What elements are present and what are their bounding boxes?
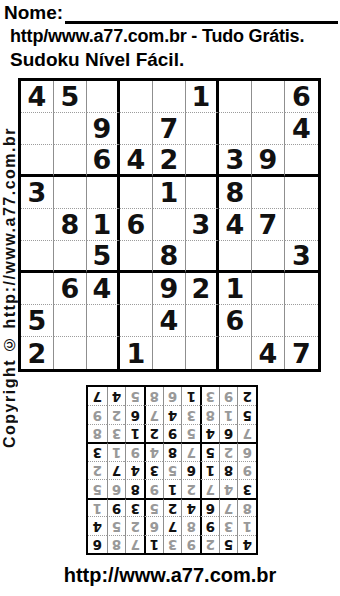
solution-cell-r1c9: 6 (88, 535, 107, 553)
puzzle-cell-r8c6[interactable] (186, 305, 219, 337)
sudoku-printable-page: Nome: http/www.a77.com.br - Tudo Grátis.… (0, 0, 340, 596)
solution-cell-r9c4: 1 (181, 387, 200, 405)
puzzle-cell-r7c1[interactable] (21, 273, 54, 305)
puzzle-cell-r4c6[interactable] (186, 177, 219, 209)
puzzle-cell-r8c2[interactable] (54, 305, 87, 337)
solution-cell-r8c5: 4 (163, 405, 182, 423)
solution-cell-r5c6: 3 (144, 461, 163, 479)
solution-cell-r1c8: 8 (107, 535, 126, 553)
solution-cell-r3c6: 5 (144, 498, 163, 516)
solution-cell-r3c4: 4 (181, 498, 200, 516)
solution-cell-r7c6: 2 (144, 424, 163, 442)
solution-cell-r1c4: 9 (181, 535, 200, 553)
puzzle-cell-r8c3[interactable] (87, 305, 120, 337)
puzzle-cell-r4c9[interactable] (285, 177, 318, 209)
puzzle-cell-r7c6[interactable]: 2 (186, 273, 219, 305)
puzzle-cell-r2c7[interactable] (219, 113, 252, 145)
puzzle-cell-r4c7[interactable]: 8 (219, 177, 252, 209)
solution-cell-r4c1: 3 (237, 479, 256, 497)
puzzle-cell-r4c5[interactable]: 1 (153, 177, 186, 209)
solution-cell-r5c1: 9 (237, 461, 256, 479)
solution-cell-r2c8: 5 (107, 516, 126, 534)
puzzle-cell-r9c4[interactable]: 1 (120, 337, 153, 369)
solution-cell-r5c4: 6 (181, 461, 200, 479)
solution-cell-r8c7: 6 (125, 405, 144, 423)
solution-cell-r6c2: 2 (219, 442, 238, 460)
solution-cell-r8c2: 1 (219, 405, 238, 423)
puzzle-cell-r7c7[interactable]: 1 (219, 273, 252, 305)
puzzle-cell-r2c2[interactable] (54, 113, 87, 145)
solution-cell-r4c3: 7 (200, 479, 219, 497)
solution-cell-r8c1: 5 (237, 405, 256, 423)
solution-cell-r5c9: 2 (88, 461, 107, 479)
solution-cell-r9c5: 6 (163, 387, 182, 405)
puzzle-cell-r6c4[interactable] (120, 241, 153, 273)
puzzle-cell-r8c8[interactable] (252, 305, 285, 337)
sudoku-solution-grid-rotated: 4529317861398762548764253913472198659816… (86, 385, 258, 555)
puzzle-cell-r3c1[interactable] (21, 145, 54, 177)
puzzle-cell-r3c2[interactable] (54, 145, 87, 177)
puzzle-cell-r6c8[interactable] (252, 241, 285, 273)
solution-cell-r8c9: 9 (88, 405, 107, 423)
solution-cell-r2c4: 8 (181, 516, 200, 534)
puzzle-cell-r2c5[interactable]: 7 (153, 113, 186, 145)
sudoku-puzzle-grid[interactable]: 451697464239318816347583649215462147 (18, 78, 321, 372)
solution-cell-r5c2: 8 (219, 461, 238, 479)
puzzle-cell-r1c1[interactable]: 4 (21, 81, 54, 113)
solution-cell-r5c5: 5 (163, 461, 182, 479)
solution-cell-r9c7: 5 (125, 387, 144, 405)
solution-cell-r6c6: 4 (144, 442, 163, 460)
puzzle-cell-r2c3[interactable]: 9 (87, 113, 120, 145)
puzzle-cell-r5c5[interactable] (153, 209, 186, 241)
site-title: http/www.a77.com.br - Tudo Grátis. (10, 26, 304, 47)
puzzle-cell-r9c8[interactable]: 4 (252, 337, 285, 369)
puzzle-cell-r3c9[interactable] (285, 145, 318, 177)
solution-cell-r4c4: 2 (181, 479, 200, 497)
copyright-vertical-text: Copyright © http://www.a77.com.br (1, 82, 18, 448)
puzzle-cell-r5c9[interactable] (285, 209, 318, 241)
solution-cell-r7c8: 3 (107, 424, 126, 442)
solution-cell-r7c9: 8 (88, 424, 107, 442)
solution-cell-r2c2: 3 (219, 516, 238, 534)
puzzle-cell-r4c8[interactable] (252, 177, 285, 209)
puzzle-cell-r5c2[interactable]: 8 (54, 209, 87, 241)
name-label: Nome: (4, 2, 63, 24)
puzzle-cell-r8c1[interactable]: 5 (21, 305, 54, 337)
puzzle-cell-r2c8[interactable] (252, 113, 285, 145)
solution-cell-r2c6: 6 (144, 516, 163, 534)
puzzle-cell-r5c1[interactable] (21, 209, 54, 241)
solution-cell-r2c3: 9 (200, 516, 219, 534)
puzzle-cell-r7c5[interactable]: 9 (153, 273, 186, 305)
solution-cell-r8c3: 8 (200, 405, 219, 423)
solution-cell-r3c3: 6 (200, 498, 219, 516)
footer-url: http://www.a77.com.br (0, 564, 340, 587)
solution-cell-r6c8: 1 (107, 442, 126, 460)
solution-cell-r6c7: 9 (125, 442, 144, 460)
solution-cell-r9c2: 9 (219, 387, 238, 405)
solution-cell-r6c3: 5 (200, 442, 219, 460)
puzzle-cell-r6c2[interactable] (54, 241, 87, 273)
solution-cell-r6c9: 3 (88, 442, 107, 460)
puzzle-cell-r1c8[interactable] (252, 81, 285, 113)
puzzle-cell-r7c9[interactable] (285, 273, 318, 305)
puzzle-cell-r1c9[interactable]: 6 (285, 81, 318, 113)
solution-cell-r5c8: 7 (107, 461, 126, 479)
puzzle-cell-r3c8[interactable]: 9 (252, 145, 285, 177)
puzzle-cell-r7c8[interactable] (252, 273, 285, 305)
puzzle-cell-r3c5[interactable]: 2 (153, 145, 186, 177)
puzzle-cell-r9c9[interactable]: 7 (285, 337, 318, 369)
solution-cell-r1c3: 2 (200, 535, 219, 553)
solution-cell-r9c1: 2 (237, 387, 256, 405)
puzzle-cell-r7c2[interactable]: 6 (54, 273, 87, 305)
name-row: Nome: (4, 2, 338, 24)
puzzle-cell-r9c3[interactable] (87, 337, 120, 369)
solution-cell-r1c5: 3 (163, 535, 182, 553)
name-underline[interactable] (65, 3, 338, 24)
puzzle-cell-r9c1[interactable]: 2 (21, 337, 54, 369)
puzzle-cell-r2c4[interactable] (120, 113, 153, 145)
puzzle-cell-r6c5[interactable]: 8 (153, 241, 186, 273)
solution-cell-r5c3: 1 (200, 461, 219, 479)
puzzle-cell-r5c6[interactable]: 3 (186, 209, 219, 241)
puzzle-cell-r3c4[interactable]: 4 (120, 145, 153, 177)
solution-cell-r3c9: 1 (88, 498, 107, 516)
solution-cell-r6c4: 7 (181, 442, 200, 460)
solution-cell-r8c8: 2 (107, 405, 126, 423)
solution-cell-r8c4: 3 (181, 405, 200, 423)
puzzle-cell-r6c7[interactable] (219, 241, 252, 273)
puzzle-cell-r6c3[interactable]: 5 (87, 241, 120, 273)
puzzle-cell-r4c1[interactable]: 3 (21, 177, 54, 209)
puzzle-cell-r6c1[interactable] (21, 241, 54, 273)
puzzle-cell-r8c4[interactable] (120, 305, 153, 337)
puzzle-cell-r4c2[interactable] (54, 177, 87, 209)
puzzle-cell-r1c7[interactable] (219, 81, 252, 113)
puzzle-level-title: Sudoku Nível Fácil. (10, 49, 184, 71)
puzzle-cell-r9c2[interactable] (54, 337, 87, 369)
puzzle-cell-r2c6[interactable] (186, 113, 219, 145)
solution-cell-r2c1: 1 (237, 516, 256, 534)
puzzle-cell-r9c5[interactable] (153, 337, 186, 369)
puzzle-cell-r1c3[interactable] (87, 81, 120, 113)
solution-cell-r4c8: 6 (107, 479, 126, 497)
solution-cell-r3c7: 3 (125, 498, 144, 516)
solution-cell-r7c3: 4 (200, 424, 219, 442)
solution-cell-r1c6: 1 (144, 535, 163, 553)
solution-cell-r9c3: 3 (200, 387, 219, 405)
solution-cell-r9c8: 4 (107, 387, 126, 405)
puzzle-cell-r2c9[interactable]: 4 (285, 113, 318, 145)
puzzle-cell-r4c4[interactable] (120, 177, 153, 209)
puzzle-cell-r1c5[interactable] (153, 81, 186, 113)
solution-cell-r7c5: 9 (163, 424, 182, 442)
solution-cell-r2c7: 2 (125, 516, 144, 534)
puzzle-cell-r2c1[interactable] (21, 113, 54, 145)
solution-cell-r7c1: 7 (237, 424, 256, 442)
solution-cell-r9c6: 8 (144, 387, 163, 405)
puzzle-cell-r8c5[interactable]: 4 (153, 305, 186, 337)
solution-cell-r3c1: 8 (237, 498, 256, 516)
solution-cell-r3c2: 7 (219, 498, 238, 516)
solution-cell-r1c1: 4 (237, 535, 256, 553)
puzzle-cell-r3c3[interactable]: 6 (87, 145, 120, 177)
puzzle-cell-r9c6[interactable] (186, 337, 219, 369)
solution-cell-r4c9: 5 (88, 479, 107, 497)
solution-cell-r3c8: 9 (107, 498, 126, 516)
solution-cell-r1c7: 7 (125, 535, 144, 553)
solution-cell-r4c6: 9 (144, 479, 163, 497)
solution-cell-r6c5: 8 (163, 442, 182, 460)
solution-cell-r7c2: 6 (219, 424, 238, 442)
puzzle-cell-r1c2[interactable]: 5 (54, 81, 87, 113)
puzzle-cell-r9c7[interactable] (219, 337, 252, 369)
solution-cell-r5c7: 4 (125, 461, 144, 479)
puzzle-cell-r8c9[interactable] (285, 305, 318, 337)
puzzle-cell-r1c6[interactable]: 1 (186, 81, 219, 113)
puzzle-cell-r5c8[interactable]: 7 (252, 209, 285, 241)
solution-cell-r7c7: 1 (125, 424, 144, 442)
solution-cell-r7c4: 5 (181, 424, 200, 442)
solution-cell-r3c5: 2 (163, 498, 182, 516)
solution-cell-r2c9: 4 (88, 516, 107, 534)
solution-cell-r4c7: 8 (125, 479, 144, 497)
solution-cell-r1c2: 5 (219, 535, 238, 553)
puzzle-cell-r5c4[interactable]: 6 (120, 209, 153, 241)
solution-cell-r9c9: 7 (88, 387, 107, 405)
puzzle-cell-r5c7[interactable]: 4 (219, 209, 252, 241)
puzzle-cell-r4c3[interactable] (87, 177, 120, 209)
solution-cell-r6c1: 6 (237, 442, 256, 460)
solution-cell-r2c5: 7 (163, 516, 182, 534)
puzzle-cell-r3c7[interactable]: 3 (219, 145, 252, 177)
puzzle-cell-r8c7[interactable]: 6 (219, 305, 252, 337)
puzzle-cell-r6c6[interactable] (186, 241, 219, 273)
puzzle-cell-r3c6[interactable] (186, 145, 219, 177)
puzzle-cell-r7c4[interactable] (120, 273, 153, 305)
puzzle-cell-r6c9[interactable]: 3 (285, 241, 318, 273)
puzzle-cell-r1c4[interactable] (120, 81, 153, 113)
solution-cell-r4c2: 4 (219, 479, 238, 497)
solution-cell-r4c5: 1 (163, 479, 182, 497)
puzzle-cell-r5c3[interactable]: 1 (87, 209, 120, 241)
puzzle-cell-r7c3[interactable]: 4 (87, 273, 120, 305)
solution-cell-r8c6: 7 (144, 405, 163, 423)
